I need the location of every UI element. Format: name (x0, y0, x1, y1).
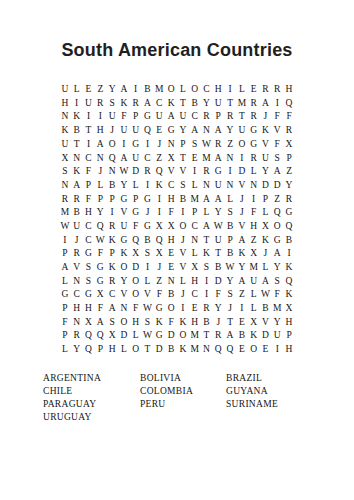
grid-cell[interactable]: P (212, 110, 224, 124)
grid-cell[interactable]: V (71, 261, 83, 275)
grid-cell[interactable]: L (130, 329, 142, 343)
grid-cell[interactable]: C (189, 110, 201, 124)
grid-cell[interactable]: K (59, 124, 71, 138)
grid-cell[interactable]: U (248, 275, 260, 289)
grid-cell[interactable]: H (248, 220, 260, 234)
grid-cell[interactable]: T (201, 329, 213, 343)
grid-cell[interactable]: O (118, 261, 130, 275)
grid-cell[interactable]: V (271, 124, 283, 138)
grid-cell[interactable]: F (130, 302, 142, 316)
grid-cell[interactable]: X (283, 302, 295, 316)
grid-cell[interactable]: P (59, 329, 71, 343)
grid-cell[interactable]: P (106, 193, 118, 207)
grid-cell[interactable]: A (260, 275, 272, 289)
grid-cell[interactable]: J (153, 261, 165, 275)
grid-cell[interactable]: K (177, 316, 189, 330)
grid-cell[interactable]: N (201, 179, 213, 193)
grid-cell[interactable]: F (83, 193, 95, 207)
grid-cell[interactable]: K (106, 261, 118, 275)
grid-cell[interactable]: L (224, 193, 236, 207)
grid-cell[interactable]: U (212, 179, 224, 193)
grid-cell[interactable]: Q (142, 124, 154, 138)
grid-cell[interactable]: Y (236, 261, 248, 275)
grid-cell[interactable]: L (142, 275, 154, 289)
grid-cell[interactable]: X (165, 151, 177, 165)
grid-cell[interactable]: B (165, 288, 177, 302)
grid-cell[interactable]: A (94, 316, 106, 330)
grid-cell[interactable]: M (59, 206, 71, 220)
grid-cell[interactable]: T (177, 97, 189, 111)
grid-cell[interactable]: D (260, 179, 272, 193)
grid-cell[interactable]: I (118, 138, 130, 152)
grid-cell[interactable]: Q (94, 220, 106, 234)
grid-cell[interactable]: G (153, 329, 165, 343)
grid-cell[interactable]: G (83, 247, 95, 261)
grid-cell[interactable]: P (260, 193, 272, 207)
grid-cell[interactable]: F (94, 247, 106, 261)
grid-cell[interactable]: B (189, 97, 201, 111)
grid-cell[interactable]: Q (83, 343, 95, 357)
grid-cell[interactable]: P (189, 206, 201, 220)
grid-cell[interactable]: H (283, 343, 295, 357)
grid-cell[interactable]: C (153, 97, 165, 111)
grid-cell[interactable]: I (283, 247, 295, 261)
grid-cell[interactable]: G (83, 288, 95, 302)
grid-cell[interactable]: L (177, 83, 189, 97)
grid-cell[interactable]: X (283, 138, 295, 152)
grid-cell[interactable]: G (248, 138, 260, 152)
grid-cell[interactable]: F (59, 316, 71, 330)
grid-cell[interactable]: F (130, 220, 142, 234)
grid-cell[interactable]: U (59, 138, 71, 152)
grid-cell[interactable]: C (189, 288, 201, 302)
grid-cell[interactable]: E (153, 124, 165, 138)
grid-cell[interactable]: L (118, 343, 130, 357)
grid-cell[interactable]: G (118, 234, 130, 248)
grid-cell[interactable]: U (130, 124, 142, 138)
grid-cell[interactable]: L (59, 275, 71, 289)
grid-cell[interactable]: B (142, 83, 154, 97)
grid-cell[interactable]: I (153, 193, 165, 207)
grid-cell[interactable]: A (118, 83, 130, 97)
grid-cell[interactable]: X (59, 151, 71, 165)
grid-cell[interactable]: H (83, 206, 95, 220)
grid-cell[interactable]: K (165, 97, 177, 111)
grid-cell[interactable]: Z (271, 193, 283, 207)
grid-cell[interactable]: O (177, 220, 189, 234)
grid-cell[interactable]: D (165, 329, 177, 343)
grid-cell[interactable]: J (94, 165, 106, 179)
grid-cell[interactable]: U (177, 110, 189, 124)
grid-cell[interactable]: H (283, 316, 295, 330)
grid-cell[interactable]: M (236, 97, 248, 111)
grid-cell[interactable]: I (177, 302, 189, 316)
grid-cell[interactable]: U (153, 110, 165, 124)
grid-cell[interactable]: K (153, 179, 165, 193)
grid-cell[interactable]: R (201, 165, 213, 179)
grid-cell[interactable]: T (71, 138, 83, 152)
grid-cell[interactable]: U (212, 234, 224, 248)
grid-cell[interactable]: S (224, 288, 236, 302)
grid-cell[interactable]: K (260, 124, 272, 138)
grid-cell[interactable]: V (165, 165, 177, 179)
grid-cell[interactable]: B (201, 316, 213, 330)
grid-cell[interactable]: U (130, 151, 142, 165)
grid-cell[interactable]: F (271, 110, 283, 124)
grid-cell[interactable]: W (94, 234, 106, 248)
grid-cell[interactable]: R (212, 138, 224, 152)
grid-cell[interactable]: A (94, 138, 106, 152)
grid-cell[interactable]: I (83, 138, 95, 152)
grid-cell[interactable]: G (130, 206, 142, 220)
grid-cell[interactable]: V (177, 261, 189, 275)
grid-cell[interactable]: N (71, 151, 83, 165)
grid-cell[interactable]: D (212, 275, 224, 289)
grid-cell[interactable]: M (189, 193, 201, 207)
grid-cell[interactable]: C (165, 179, 177, 193)
grid-cell[interactable]: S (83, 261, 95, 275)
grid-cell[interactable]: K (283, 261, 295, 275)
grid-cell[interactable]: B (71, 124, 83, 138)
grid-cell[interactable]: Q (153, 234, 165, 248)
grid-cell[interactable]: C (83, 151, 95, 165)
grid-cell[interactable]: F (283, 110, 295, 124)
grid-cell[interactable]: G (153, 302, 165, 316)
grid-cell[interactable]: N (201, 343, 213, 357)
grid-cell[interactable]: I (153, 206, 165, 220)
grid-cell[interactable]: U (212, 97, 224, 111)
grid-cell[interactable]: O (271, 220, 283, 234)
grid-cell[interactable]: L (248, 288, 260, 302)
grid-cell[interactable]: J (260, 247, 272, 261)
grid-cell[interactable]: Y (106, 83, 118, 97)
grid-cell[interactable]: Y (283, 179, 295, 193)
grid-cell[interactable]: I (224, 83, 236, 97)
grid-cell[interactable]: U (59, 83, 71, 97)
grid-cell[interactable]: S (142, 316, 154, 330)
grid-cell[interactable]: I (142, 138, 154, 152)
grid-cell[interactable]: Q (94, 329, 106, 343)
grid-cell[interactable]: I (271, 97, 283, 111)
grid-cell[interactable]: L (260, 206, 272, 220)
grid-cell[interactable]: O (165, 302, 177, 316)
grid-cell[interactable]: O (177, 329, 189, 343)
grid-cell[interactable]: T (177, 151, 189, 165)
grid-cell[interactable]: K (283, 288, 295, 302)
grid-cell[interactable]: U (83, 97, 95, 111)
grid-cell[interactable]: B (106, 179, 118, 193)
grid-cell[interactable]: S (177, 179, 189, 193)
grid-cell[interactable]: B (142, 234, 154, 248)
grid-cell[interactable]: N (59, 179, 71, 193)
grid-cell[interactable]: W (142, 329, 154, 343)
grid-cell[interactable]: D (271, 179, 283, 193)
grid-cell[interactable]: V (260, 138, 272, 152)
grid-cell[interactable]: G (283, 206, 295, 220)
grid-cell[interactable]: M (189, 329, 201, 343)
grid-cell[interactable]: D (130, 165, 142, 179)
grid-cell[interactable]: J (260, 110, 272, 124)
grid-cell[interactable]: K (118, 97, 130, 111)
grid-cell[interactable]: L (71, 83, 83, 97)
grid-cell[interactable]: W (212, 220, 224, 234)
grid-cell[interactable]: L (236, 83, 248, 97)
grid-cell[interactable]: X (165, 220, 177, 234)
grid-cell[interactable]: D (260, 329, 272, 343)
grid-cell[interactable]: H (165, 234, 177, 248)
grid-cell[interactable]: C (189, 220, 201, 234)
grid-cell[interactable]: H (71, 302, 83, 316)
grid-cell[interactable]: B (71, 206, 83, 220)
grid-cell[interactable]: V (260, 316, 272, 330)
grid-cell[interactable]: O (165, 83, 177, 97)
grid-cell[interactable]: S (106, 316, 118, 330)
grid-cell[interactable]: N (59, 110, 71, 124)
grid-cell[interactable]: C (142, 151, 154, 165)
grid-cell[interactable]: M (248, 261, 260, 275)
grid-cell[interactable]: L (248, 302, 260, 316)
grid-cell[interactable]: A (271, 247, 283, 261)
grid-cell[interactable]: P (130, 110, 142, 124)
grid-cell[interactable]: B (165, 343, 177, 357)
grid-cell[interactable]: J (71, 234, 83, 248)
grid-cell[interactable]: J (224, 302, 236, 316)
grid-cell[interactable]: W (201, 138, 213, 152)
grid-cell[interactable]: T (224, 97, 236, 111)
grid-cell[interactable]: X (248, 316, 260, 330)
grid-cell[interactable]: X (83, 316, 95, 330)
grid-cell[interactable]: Q (106, 151, 118, 165)
grid-cell[interactable]: Z (283, 165, 295, 179)
grid-cell[interactable]: C (83, 220, 95, 234)
grid-cell[interactable]: R (59, 193, 71, 207)
grid-cell[interactable]: Y (224, 124, 236, 138)
grid-cell[interactable]: J (212, 316, 224, 330)
grid-cell[interactable]: F (94, 302, 106, 316)
grid-cell[interactable]: N (118, 302, 130, 316)
grid-cell[interactable]: A (189, 124, 201, 138)
grid-cell[interactable]: B (224, 247, 236, 261)
grid-cell[interactable]: A (118, 151, 130, 165)
grid-cell[interactable]: P (83, 179, 95, 193)
grid-cell[interactable]: P (177, 138, 189, 152)
grid-cell[interactable]: I (236, 302, 248, 316)
grid-cell[interactable]: C (83, 234, 95, 248)
grid-cell[interactable]: U (118, 220, 130, 234)
grid-cell[interactable]: W (118, 165, 130, 179)
grid-cell[interactable]: J (142, 206, 154, 220)
grid-cell[interactable]: U (71, 220, 83, 234)
grid-cell[interactable]: O (236, 138, 248, 152)
grid-cell[interactable]: A (212, 151, 224, 165)
grid-cell[interactable]: B (283, 234, 295, 248)
grid-cell[interactable]: J (236, 193, 248, 207)
grid-cell[interactable]: B (177, 193, 189, 207)
grid-cell[interactable]: S (271, 151, 283, 165)
grid-cell[interactable]: I (71, 97, 83, 111)
grid-cell[interactable]: G (142, 193, 154, 207)
grid-cell[interactable]: R (283, 124, 295, 138)
grid-cell[interactable]: H (165, 193, 177, 207)
grid-cell[interactable]: Q (224, 343, 236, 357)
grid-cell[interactable]: F (83, 165, 95, 179)
grid-cell[interactable]: U (260, 151, 272, 165)
grid-cell[interactable]: Q (271, 206, 283, 220)
grid-cell[interactable]: N (94, 151, 106, 165)
grid-cell[interactable]: G (212, 165, 224, 179)
grid-cell[interactable]: W (59, 220, 71, 234)
grid-cell[interactable]: A (212, 124, 224, 138)
grid-cell[interactable]: R (71, 329, 83, 343)
grid-cell[interactable]: P (106, 247, 118, 261)
grid-cell[interactable]: A (260, 97, 272, 111)
grid-cell[interactable]: H (130, 316, 142, 330)
grid-cell[interactable]: I (177, 206, 189, 220)
grid-cell[interactable]: K (177, 343, 189, 357)
grid-cell[interactable]: P (130, 193, 142, 207)
grid-cell[interactable]: Y (260, 165, 272, 179)
grid-cell[interactable]: D (153, 343, 165, 357)
grid-cell[interactable]: P (224, 234, 236, 248)
grid-cell[interactable]: N (165, 138, 177, 152)
grid-cell[interactable]: E (236, 343, 248, 357)
grid-cell[interactable]: I (224, 165, 236, 179)
grid-cell[interactable]: F (271, 288, 283, 302)
grid-cell[interactable]: V (177, 247, 189, 261)
grid-cell[interactable]: Q (283, 97, 295, 111)
grid-cell[interactable]: P (59, 247, 71, 261)
grid-cell[interactable]: A (142, 97, 154, 111)
grid-cell[interactable]: R (224, 110, 236, 124)
grid-cell[interactable]: O (118, 316, 130, 330)
grid-cell[interactable]: Y (118, 179, 130, 193)
grid-cell[interactable]: P (59, 302, 71, 316)
grid-cell[interactable]: Y (212, 206, 224, 220)
grid-cell[interactable]: X (153, 247, 165, 261)
grid-cell[interactable]: U (236, 124, 248, 138)
grid-cell[interactable]: K (118, 247, 130, 261)
grid-cell[interactable]: I (142, 261, 154, 275)
grid-cell[interactable]: M (189, 343, 201, 357)
grid-cell[interactable]: S (271, 275, 283, 289)
grid-cell[interactable]: V (142, 288, 154, 302)
grid-cell[interactable]: O (106, 138, 118, 152)
grid-cell[interactable]: E (260, 343, 272, 357)
grid-cell[interactable]: A (201, 193, 213, 207)
grid-cell[interactable]: A (212, 193, 224, 207)
grid-cell[interactable]: A (201, 220, 213, 234)
grid-cell[interactable]: E (248, 83, 260, 97)
grid-cell[interactable]: S (189, 138, 201, 152)
grid-cell[interactable]: I (201, 288, 213, 302)
grid-cell[interactable]: I (236, 151, 248, 165)
grid-cell[interactable]: R (260, 83, 272, 97)
grid-cell[interactable]: P (283, 151, 295, 165)
grid-cell[interactable]: O (248, 343, 260, 357)
grid-cell[interactable]: E (189, 151, 201, 165)
grid-cell[interactable]: I (248, 193, 260, 207)
grid-cell[interactable]: G (94, 261, 106, 275)
grid-cell[interactable]: U (118, 124, 130, 138)
grid-cell[interactable]: G (59, 288, 71, 302)
grid-cell[interactable]: I (83, 110, 95, 124)
grid-cell[interactable]: I (271, 343, 283, 357)
grid-cell[interactable]: E (83, 83, 95, 97)
grid-cell[interactable]: R (201, 302, 213, 316)
grid-cell[interactable]: T (142, 343, 154, 357)
grid-cell[interactable]: A (236, 234, 248, 248)
grid-cell[interactable]: R (71, 193, 83, 207)
grid-cell[interactable]: Q (283, 275, 295, 289)
grid-cell[interactable]: N (248, 179, 260, 193)
grid-cell[interactable]: I (142, 179, 154, 193)
grid-cell[interactable]: V (177, 165, 189, 179)
grid-cell[interactable]: Y (94, 206, 106, 220)
grid-cell[interactable]: Z (248, 234, 260, 248)
grid-cell[interactable]: I (201, 275, 213, 289)
grid-cell[interactable]: H (283, 83, 295, 97)
grid-cell[interactable]: X (248, 247, 260, 261)
grid-cell[interactable]: Z (224, 138, 236, 152)
grid-cell[interactable]: K (71, 165, 83, 179)
grid-cell[interactable]: S (59, 165, 71, 179)
grid-cell[interactable]: W (224, 261, 236, 275)
grid-cell[interactable]: V (118, 206, 130, 220)
grid-cell[interactable]: T (224, 316, 236, 330)
grid-cell[interactable]: H (83, 302, 95, 316)
grid-cell[interactable]: T (212, 247, 224, 261)
grid-cell[interactable]: Q (83, 329, 95, 343)
grid-cell[interactable]: G (130, 138, 142, 152)
grid-cell[interactable]: B (260, 302, 272, 316)
grid-cell[interactable]: M (153, 83, 165, 97)
grid-cell[interactable]: U (106, 110, 118, 124)
grid-cell[interactable]: I (94, 110, 106, 124)
grid-cell[interactable]: Y (212, 302, 224, 316)
grid-cell[interactable]: E (165, 261, 177, 275)
grid-cell[interactable]: I (189, 165, 201, 179)
grid-cell[interactable]: J (177, 288, 189, 302)
grid-cell[interactable]: J (177, 234, 189, 248)
grid-cell[interactable]: J (236, 206, 248, 220)
grid-cell[interactable]: U (271, 329, 283, 343)
grid-cell[interactable]: B (236, 329, 248, 343)
grid-cell[interactable]: B (212, 261, 224, 275)
grid-cell[interactable]: X (130, 247, 142, 261)
grid-cell[interactable]: S (106, 97, 118, 111)
grid-cell[interactable]: V (236, 220, 248, 234)
grid-cell[interactable]: C (71, 288, 83, 302)
grid-cell[interactable]: L (189, 179, 201, 193)
grid-cell[interactable]: C (106, 288, 118, 302)
grid-cell[interactable]: B (224, 220, 236, 234)
grid-cell[interactable]: L (248, 165, 260, 179)
grid-cell[interactable]: E (189, 302, 201, 316)
grid-cell[interactable]: A (71, 179, 83, 193)
grid-cell[interactable]: H (212, 83, 224, 97)
grid-cell[interactable]: Y (71, 343, 83, 357)
grid-cell[interactable]: A (271, 165, 283, 179)
grid-cell[interactable]: N (224, 179, 236, 193)
grid-cell[interactable]: K (153, 316, 165, 330)
grid-cell[interactable]: F (165, 206, 177, 220)
grid-cell[interactable]: K (260, 234, 272, 248)
grid-cell[interactable]: Z (236, 288, 248, 302)
grid-cell[interactable]: Q (212, 343, 224, 357)
grid-cell[interactable]: S (142, 247, 154, 261)
grid-cell[interactable]: Q (153, 165, 165, 179)
grid-cell[interactable]: Y (201, 97, 213, 111)
